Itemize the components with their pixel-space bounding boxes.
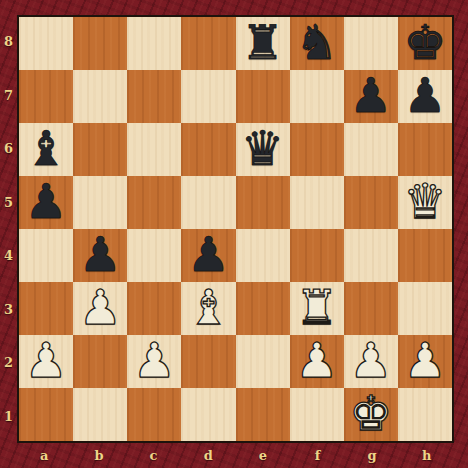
- rank-labels: 87654321: [0, 15, 17, 443]
- square-b1[interactable]: [73, 388, 127, 441]
- square-h1[interactable]: [398, 388, 452, 441]
- square-c2[interactable]: ♟: [127, 335, 181, 388]
- square-a7[interactable]: [19, 70, 73, 123]
- square-c6[interactable]: [127, 123, 181, 176]
- square-g5[interactable]: [344, 176, 398, 229]
- square-e2[interactable]: [236, 335, 290, 388]
- square-g7[interactable]: ♟: [344, 70, 398, 123]
- square-d7[interactable]: [181, 70, 235, 123]
- square-f3[interactable]: ♜: [290, 282, 344, 335]
- square-g3[interactable]: [344, 282, 398, 335]
- square-e1[interactable]: [236, 388, 290, 441]
- square-g1[interactable]: ♚: [344, 388, 398, 441]
- square-g8[interactable]: [344, 17, 398, 70]
- board: ♜♞♚♟♟♝♛♟♛♟♟♟♝♜♟♟♟♟♟♚: [17, 15, 454, 443]
- white-king-g1[interactable]: ♚: [349, 389, 392, 437]
- black-pawn-d4[interactable]: ♟: [187, 230, 230, 278]
- rank-label-2: 2: [0, 336, 17, 390]
- rank-label-1: 1: [0, 390, 17, 444]
- square-d4[interactable]: ♟: [181, 229, 235, 282]
- square-g2[interactable]: ♟: [344, 335, 398, 388]
- square-d1[interactable]: [181, 388, 235, 441]
- chess-board-frame: 87654321 ♜♞♚♟♟♝♛♟♛♟♟♟♝♜♟♟♟♟♟♚ abcdefgh: [0, 0, 468, 468]
- square-f5[interactable]: [290, 176, 344, 229]
- file-label-f: f: [290, 443, 345, 468]
- square-a3[interactable]: [19, 282, 73, 335]
- square-d8[interactable]: [181, 17, 235, 70]
- square-f7[interactable]: [290, 70, 344, 123]
- square-c7[interactable]: [127, 70, 181, 123]
- file-label-a: a: [17, 443, 72, 468]
- white-queen-h5[interactable]: ♛: [403, 177, 446, 225]
- square-h4[interactable]: [398, 229, 452, 282]
- rank-label-4: 4: [0, 229, 17, 283]
- square-a6[interactable]: ♝: [19, 123, 73, 176]
- white-pawn-f2[interactable]: ♟: [295, 336, 338, 384]
- square-e8[interactable]: ♜: [236, 17, 290, 70]
- square-d5[interactable]: [181, 176, 235, 229]
- square-b8[interactable]: [73, 17, 127, 70]
- file-label-g: g: [345, 443, 400, 468]
- black-knight-f8[interactable]: ♞: [295, 18, 338, 66]
- file-label-b: b: [72, 443, 127, 468]
- square-e6[interactable]: ♛: [236, 123, 290, 176]
- square-f8[interactable]: ♞: [290, 17, 344, 70]
- square-a1[interactable]: [19, 388, 73, 441]
- black-pawn-a5[interactable]: ♟: [25, 177, 68, 225]
- rank-label-3: 3: [0, 283, 17, 337]
- square-f2[interactable]: ♟: [290, 335, 344, 388]
- square-f6[interactable]: [290, 123, 344, 176]
- square-b4[interactable]: ♟: [73, 229, 127, 282]
- white-pawn-b3[interactable]: ♟: [79, 283, 122, 331]
- square-e3[interactable]: [236, 282, 290, 335]
- square-h3[interactable]: [398, 282, 452, 335]
- square-h7[interactable]: ♟: [398, 70, 452, 123]
- black-queen-e6[interactable]: ♛: [241, 124, 284, 172]
- square-c5[interactable]: [127, 176, 181, 229]
- square-d2[interactable]: [181, 335, 235, 388]
- file-label-h: h: [399, 443, 454, 468]
- square-b3[interactable]: ♟: [73, 282, 127, 335]
- square-d3[interactable]: ♝: [181, 282, 235, 335]
- square-h2[interactable]: ♟: [398, 335, 452, 388]
- square-h5[interactable]: ♛: [398, 176, 452, 229]
- square-e7[interactable]: [236, 70, 290, 123]
- white-pawn-c2[interactable]: ♟: [133, 336, 176, 384]
- square-b5[interactable]: [73, 176, 127, 229]
- square-b2[interactable]: [73, 335, 127, 388]
- rank-label-6: 6: [0, 122, 17, 176]
- square-f1[interactable]: [290, 388, 344, 441]
- square-g6[interactable]: [344, 123, 398, 176]
- square-h6[interactable]: [398, 123, 452, 176]
- square-b6[interactable]: [73, 123, 127, 176]
- square-h8[interactable]: ♚: [398, 17, 452, 70]
- square-a8[interactable]: [19, 17, 73, 70]
- square-a5[interactable]: ♟: [19, 176, 73, 229]
- square-e5[interactable]: [236, 176, 290, 229]
- black-pawn-g7[interactable]: ♟: [349, 71, 392, 119]
- square-b7[interactable]: [73, 70, 127, 123]
- black-pawn-b4[interactable]: ♟: [79, 230, 122, 278]
- square-g4[interactable]: [344, 229, 398, 282]
- white-pawn-a2[interactable]: ♟: [25, 336, 68, 384]
- black-king-h8[interactable]: ♚: [403, 18, 446, 66]
- file-label-e: e: [236, 443, 291, 468]
- rank-label-8: 8: [0, 15, 17, 69]
- white-pawn-g2[interactable]: ♟: [349, 336, 392, 384]
- black-bishop-a6[interactable]: ♝: [25, 124, 68, 172]
- file-label-d: d: [181, 443, 236, 468]
- file-labels: abcdefgh: [17, 443, 454, 468]
- square-a2[interactable]: ♟: [19, 335, 73, 388]
- white-pawn-h2[interactable]: ♟: [403, 336, 446, 384]
- square-f4[interactable]: [290, 229, 344, 282]
- file-label-c: c: [126, 443, 181, 468]
- rank-label-7: 7: [0, 69, 17, 123]
- square-c8[interactable]: [127, 17, 181, 70]
- white-bishop-d3[interactable]: ♝: [187, 283, 230, 331]
- rank-label-5: 5: [0, 176, 17, 230]
- square-c1[interactable]: [127, 388, 181, 441]
- square-c3[interactable]: [127, 282, 181, 335]
- black-rook-e8[interactable]: ♜: [241, 18, 284, 66]
- square-a4[interactable]: [19, 229, 73, 282]
- white-rook-f3[interactable]: ♜: [295, 283, 338, 331]
- square-d6[interactable]: [181, 123, 235, 176]
- square-c4[interactable]: [127, 229, 181, 282]
- black-pawn-h7[interactable]: ♟: [403, 71, 446, 119]
- square-e4[interactable]: [236, 229, 290, 282]
